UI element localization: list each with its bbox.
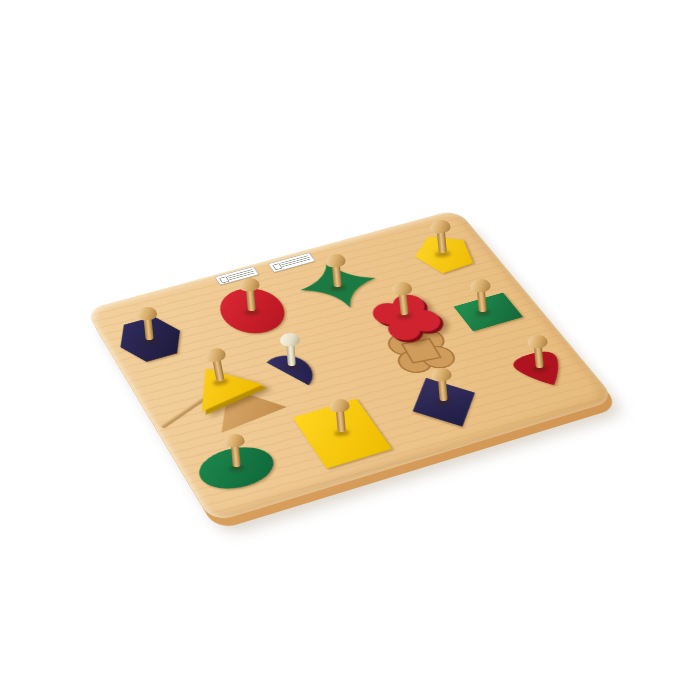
peg-semicircle-cream[interactable] bbox=[279, 332, 303, 368]
peg-cap bbox=[431, 367, 452, 382]
peg-cap bbox=[391, 281, 412, 296]
peg-hexagon-wood[interactable] bbox=[135, 306, 161, 343]
peg-rectangle-wood[interactable] bbox=[469, 278, 494, 315]
peg-flower-wood[interactable] bbox=[390, 281, 416, 318]
peg-star-wood[interactable] bbox=[324, 253, 349, 290]
peg-cap bbox=[224, 433, 245, 448]
peg-cap bbox=[325, 253, 346, 268]
peg-diamond-wood[interactable] bbox=[430, 367, 455, 404]
peg-cap bbox=[329, 398, 350, 413]
peg-cap bbox=[527, 334, 548, 349]
peg-cap bbox=[136, 306, 157, 321]
peg-cap bbox=[470, 278, 491, 293]
peg-pentagon-wood[interactable] bbox=[429, 219, 454, 256]
product-photo-scene bbox=[0, 0, 700, 700]
peg-circle-wood[interactable] bbox=[238, 277, 263, 314]
peg-stem bbox=[286, 343, 296, 367]
peg-oval-wood[interactable] bbox=[223, 433, 248, 470]
peg-cap bbox=[205, 347, 227, 364]
peg-cap bbox=[280, 332, 301, 346]
peg-square-wood[interactable] bbox=[328, 398, 353, 435]
peg-cap bbox=[239, 277, 260, 292]
peg-rounded-triangle-wood[interactable] bbox=[526, 334, 551, 371]
peg-cap bbox=[430, 219, 451, 234]
